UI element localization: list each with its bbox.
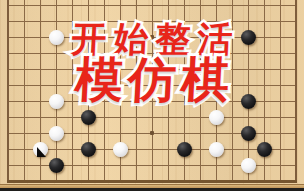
white-stone (241, 158, 256, 173)
black-stone (49, 158, 64, 173)
black-stone (81, 110, 96, 125)
black-stone (81, 142, 96, 157)
white-stone (49, 126, 64, 141)
star-point (150, 131, 154, 135)
board-edge-line-right (295, 0, 297, 182)
black-stone (241, 94, 256, 109)
black-stone (257, 142, 272, 157)
star-point (150, 35, 154, 39)
white-stone (49, 94, 64, 109)
black-stone (177, 142, 192, 157)
board-grid-horizontal-lines (8, 0, 297, 182)
black-stone (241, 126, 256, 141)
screenshot-root: 开始整活 模仿棋 (0, 0, 304, 190)
board-bottom-shadow (0, 188, 304, 191)
black-stone (241, 30, 256, 45)
white-stone (209, 110, 224, 125)
white-stone (49, 30, 64, 45)
board-edge-line-left (7, 0, 9, 182)
white-stone (209, 142, 224, 157)
white-stone (113, 142, 128, 157)
board-edge-line-bottom (7, 180, 297, 183)
go-board[interactable] (0, 0, 304, 184)
